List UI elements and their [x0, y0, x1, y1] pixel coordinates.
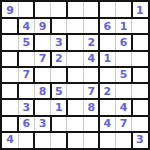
cell-r5c8[interactable]: 5: [116, 67, 132, 83]
cell-r4c3[interactable]: 7: [34, 51, 50, 67]
cell-r7c4[interactable]: 1: [51, 99, 67, 115]
cell-r3c8[interactable]: 6: [116, 34, 132, 50]
cell-r5c2[interactable]: 7: [18, 67, 34, 83]
cell-r8c8[interactable]: 7: [116, 116, 132, 132]
cell-r6c3[interactable]: 8: [34, 83, 50, 99]
cell-r3c7[interactable]: [99, 34, 115, 50]
cell-r5c5[interactable]: [67, 67, 83, 83]
cell-r6c7[interactable]: 2: [99, 83, 115, 99]
cell-r9c2[interactable]: [18, 132, 34, 148]
cell-r4c2[interactable]: [18, 51, 34, 67]
cell-r7c9[interactable]: [132, 99, 148, 115]
cell-r3c6[interactable]: 2: [83, 34, 99, 50]
cell-r2c2[interactable]: 4: [18, 18, 34, 34]
cell-r7c5[interactable]: [67, 99, 83, 115]
cell-r7c1[interactable]: [2, 99, 18, 115]
cell-r6c5[interactable]: [67, 83, 83, 99]
cell-r6c2[interactable]: [18, 83, 34, 99]
cell-r2c4[interactable]: [51, 18, 67, 34]
cell-r5c3[interactable]: [34, 67, 50, 83]
cell-r1c5[interactable]: [67, 2, 83, 18]
cell-r4c7[interactable]: 1: [99, 51, 115, 67]
cell-r9c9[interactable]: 3: [132, 132, 148, 148]
sudoku-grid: 914961532672417585723184634743: [2, 2, 148, 148]
cell-r8c4[interactable]: [51, 116, 67, 132]
cell-r4c5[interactable]: [67, 51, 83, 67]
cell-r1c7[interactable]: [99, 2, 115, 18]
cell-r8c9[interactable]: [132, 116, 148, 132]
cell-r3c4[interactable]: 3: [51, 34, 67, 50]
cell-r9c5[interactable]: [67, 132, 83, 148]
cell-r9c8[interactable]: [116, 132, 132, 148]
cell-r9c1[interactable]: 4: [2, 132, 18, 148]
sudoku-board: 914961532672417585723184634743: [0, 0, 150, 150]
cell-r1c3[interactable]: [34, 2, 50, 18]
cell-r9c6[interactable]: [83, 132, 99, 148]
cell-r6c1[interactable]: [2, 83, 18, 99]
cell-r7c3[interactable]: [34, 99, 50, 115]
cell-r8c2[interactable]: 6: [18, 116, 34, 132]
cell-r7c2[interactable]: 3: [18, 99, 34, 115]
cell-r3c1[interactable]: [2, 34, 18, 50]
cell-r4c4[interactable]: 2: [51, 51, 67, 67]
cell-r1c8[interactable]: [116, 2, 132, 18]
cell-r8c1[interactable]: [2, 116, 18, 132]
cell-r2c6[interactable]: [83, 18, 99, 34]
cell-r8c6[interactable]: [83, 116, 99, 132]
cell-r2c8[interactable]: 1: [116, 18, 132, 34]
cell-r3c9[interactable]: [132, 34, 148, 50]
cell-r1c1[interactable]: 9: [2, 2, 18, 18]
cell-r2c1[interactable]: [2, 18, 18, 34]
cell-r4c8[interactable]: [116, 51, 132, 67]
cell-r1c9[interactable]: 1: [132, 2, 148, 18]
cell-r5c7[interactable]: [99, 67, 115, 83]
cell-r6c4[interactable]: 5: [51, 83, 67, 99]
cell-r4c9[interactable]: [132, 51, 148, 67]
cell-r5c9[interactable]: [132, 67, 148, 83]
cell-r8c3[interactable]: 3: [34, 116, 50, 132]
cell-r5c1[interactable]: [2, 67, 18, 83]
cell-r2c7[interactable]: 6: [99, 18, 115, 34]
cell-r1c4[interactable]: [51, 2, 67, 18]
cell-r5c6[interactable]: [83, 67, 99, 83]
cell-r3c2[interactable]: 5: [18, 34, 34, 50]
cell-r7c7[interactable]: [99, 99, 115, 115]
cell-r5c4[interactable]: [51, 67, 67, 83]
cell-r7c8[interactable]: 4: [116, 99, 132, 115]
cell-r9c4[interactable]: [51, 132, 67, 148]
cell-r8c7[interactable]: 4: [99, 116, 115, 132]
cell-r2c5[interactable]: [67, 18, 83, 34]
cell-r3c5[interactable]: [67, 34, 83, 50]
cell-r6c6[interactable]: 7: [83, 83, 99, 99]
cell-r6c8[interactable]: [116, 83, 132, 99]
cell-r6c9[interactable]: [132, 83, 148, 99]
cell-r1c2[interactable]: [18, 2, 34, 18]
cell-r1c6[interactable]: [83, 2, 99, 18]
cell-r7c6[interactable]: 8: [83, 99, 99, 115]
cell-r2c9[interactable]: [132, 18, 148, 34]
cell-r3c3[interactable]: [34, 34, 50, 50]
cell-r9c3[interactable]: [34, 132, 50, 148]
cell-r9c7[interactable]: [99, 132, 115, 148]
cell-r2c3[interactable]: 9: [34, 18, 50, 34]
cell-r4c6[interactable]: 4: [83, 51, 99, 67]
cell-r4c1[interactable]: [2, 51, 18, 67]
cell-r8c5[interactable]: [67, 116, 83, 132]
